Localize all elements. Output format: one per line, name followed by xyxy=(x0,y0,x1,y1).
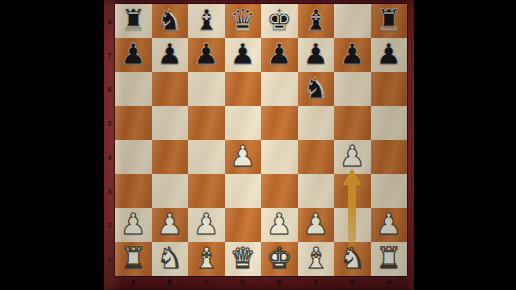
rank-label-2: 2 xyxy=(104,208,115,242)
white-bishop-c1: ♝ xyxy=(193,244,219,273)
rank-label-4: 4 xyxy=(104,140,115,174)
black-rook-a8: ♜ xyxy=(120,6,146,35)
square-d4[interactable]: ♟ xyxy=(225,140,262,174)
white-knight-b1: ♞ xyxy=(157,244,183,273)
square-f1[interactable]: ♝ xyxy=(298,242,335,276)
square-h6[interactable] xyxy=(371,72,408,106)
square-b4[interactable] xyxy=(152,140,189,174)
file-label-b: B xyxy=(152,276,189,289)
square-g1[interactable]: ♞ xyxy=(334,242,371,276)
square-a6[interactable] xyxy=(115,72,152,106)
square-b6[interactable] xyxy=(152,72,189,106)
square-e6[interactable] xyxy=(261,72,298,106)
rank-label-6: 6 xyxy=(104,72,115,106)
square-b2[interactable]: ♟ xyxy=(152,208,189,242)
white-rook-a1: ♜ xyxy=(120,244,146,273)
square-a7[interactable]: ♟ xyxy=(115,38,152,72)
square-a3[interactable] xyxy=(115,174,152,208)
square-b5[interactable] xyxy=(152,106,189,140)
square-f2[interactable]: ♟ xyxy=(298,208,335,242)
white-rook-h1: ♜ xyxy=(376,244,402,273)
black-pawn-a7: ♟ xyxy=(120,40,146,69)
white-pawn-e2: ♟ xyxy=(266,210,292,239)
white-bishop-f1: ♝ xyxy=(303,244,329,273)
white-queen-d1: ♛ xyxy=(230,244,256,273)
square-h5[interactable] xyxy=(371,106,408,140)
white-pawn-d4: ♟ xyxy=(230,142,256,171)
square-c6[interactable] xyxy=(188,72,225,106)
white-king-e1: ♚ xyxy=(266,244,292,273)
square-d3[interactable] xyxy=(225,174,262,208)
square-d8[interactable]: ♛ xyxy=(225,4,262,38)
square-a4[interactable] xyxy=(115,140,152,174)
black-pawn-h7: ♟ xyxy=(376,40,402,69)
square-f7[interactable]: ♟ xyxy=(298,38,335,72)
white-pawn-b2: ♟ xyxy=(157,210,183,239)
square-b1[interactable]: ♞ xyxy=(152,242,189,276)
file-labels: ABCDEFGH xyxy=(115,276,407,289)
square-b8[interactable]: ♞ xyxy=(152,4,189,38)
square-e1[interactable]: ♚ xyxy=(261,242,298,276)
rank-label-1: 1 xyxy=(104,242,115,276)
black-pawn-g7: ♟ xyxy=(339,40,365,69)
square-d7[interactable]: ♟ xyxy=(225,38,262,72)
square-b7[interactable]: ♟ xyxy=(152,38,189,72)
black-king-e8: ♚ xyxy=(266,6,292,35)
square-g4[interactable]: ♟ xyxy=(334,140,371,174)
square-f6[interactable]: ♞ xyxy=(298,72,335,106)
square-g5[interactable] xyxy=(334,106,371,140)
square-g3[interactable] xyxy=(334,174,371,208)
black-bishop-c8: ♝ xyxy=(193,6,219,35)
file-label-e: E xyxy=(261,276,298,289)
screenshot-stage: 87654321 ♜♞♝♛♚♝♜♟♟♟♟♟♟♟♟♞♟♟♟♟♟♟♟♟♜♞♝♛♚♝♞… xyxy=(0,0,516,290)
square-b3[interactable] xyxy=(152,174,189,208)
square-e7[interactable]: ♟ xyxy=(261,38,298,72)
rank-label-7: 7 xyxy=(104,38,115,72)
black-rook-h8: ♜ xyxy=(376,6,402,35)
square-h7[interactable]: ♟ xyxy=(371,38,408,72)
white-pawn-f2: ♟ xyxy=(303,210,329,239)
rank-labels: 87654321 xyxy=(104,4,115,276)
rank-label-3: 3 xyxy=(104,174,115,208)
square-c3[interactable] xyxy=(188,174,225,208)
file-label-f: F xyxy=(298,276,335,289)
square-d1[interactable]: ♛ xyxy=(225,242,262,276)
square-e2[interactable]: ♟ xyxy=(261,208,298,242)
white-knight-g1: ♞ xyxy=(339,244,365,273)
square-g7[interactable]: ♟ xyxy=(334,38,371,72)
square-e5[interactable] xyxy=(261,106,298,140)
square-c7[interactable]: ♟ xyxy=(188,38,225,72)
white-pawn-c2: ♟ xyxy=(193,210,219,239)
black-bishop-f8: ♝ xyxy=(303,6,329,35)
square-f8[interactable]: ♝ xyxy=(298,4,335,38)
file-label-a: A xyxy=(115,276,152,289)
square-a1[interactable]: ♜ xyxy=(115,242,152,276)
white-pawn-h2: ♟ xyxy=(376,210,402,239)
square-c4[interactable] xyxy=(188,140,225,174)
white-pawn-a2: ♟ xyxy=(120,210,146,239)
black-pawn-d7: ♟ xyxy=(230,40,256,69)
square-d6[interactable] xyxy=(225,72,262,106)
square-d5[interactable] xyxy=(225,106,262,140)
black-pawn-f7: ♟ xyxy=(303,40,329,69)
file-label-d: D xyxy=(225,276,262,289)
square-d2[interactable] xyxy=(225,208,262,242)
square-c8[interactable]: ♝ xyxy=(188,4,225,38)
black-queen-d8: ♛ xyxy=(230,6,256,35)
square-c2[interactable]: ♟ xyxy=(188,208,225,242)
square-h1[interactable]: ♜ xyxy=(371,242,408,276)
square-g2[interactable] xyxy=(334,208,371,242)
square-a2[interactable]: ♟ xyxy=(115,208,152,242)
black-knight-f6: ♞ xyxy=(303,74,329,103)
square-c5[interactable] xyxy=(188,106,225,140)
square-h4[interactable] xyxy=(371,140,408,174)
square-a8[interactable]: ♜ xyxy=(115,4,152,38)
chess-board-frame: 87654321 ♜♞♝♛♚♝♜♟♟♟♟♟♟♟♟♞♟♟♟♟♟♟♟♟♜♞♝♛♚♝♞… xyxy=(104,0,414,290)
square-e3[interactable] xyxy=(261,174,298,208)
chess-board: ♜♞♝♛♚♝♜♟♟♟♟♟♟♟♟♞♟♟♟♟♟♟♟♟♜♞♝♛♚♝♞♜ xyxy=(115,4,407,276)
black-pawn-c7: ♟ xyxy=(193,40,219,69)
file-label-c: C xyxy=(188,276,225,289)
square-f5[interactable] xyxy=(298,106,335,140)
file-label-g: G xyxy=(334,276,371,289)
file-label-h: H xyxy=(371,276,408,289)
square-f4[interactable] xyxy=(298,140,335,174)
square-h8[interactable]: ♜ xyxy=(371,4,408,38)
square-g6[interactable] xyxy=(334,72,371,106)
square-g8[interactable] xyxy=(334,4,371,38)
square-a5[interactable] xyxy=(115,106,152,140)
white-pawn-g4: ♟ xyxy=(339,142,365,171)
square-h2[interactable]: ♟ xyxy=(371,208,408,242)
rank-label-5: 5 xyxy=(104,106,115,140)
black-knight-b8: ♞ xyxy=(157,6,183,35)
square-e8[interactable]: ♚ xyxy=(261,4,298,38)
black-pawn-b7: ♟ xyxy=(157,40,183,69)
square-e4[interactable] xyxy=(261,140,298,174)
rank-label-8: 8 xyxy=(104,4,115,38)
square-c1[interactable]: ♝ xyxy=(188,242,225,276)
square-f3[interactable] xyxy=(298,174,335,208)
square-h3[interactable] xyxy=(371,174,408,208)
black-pawn-e7: ♟ xyxy=(266,40,292,69)
